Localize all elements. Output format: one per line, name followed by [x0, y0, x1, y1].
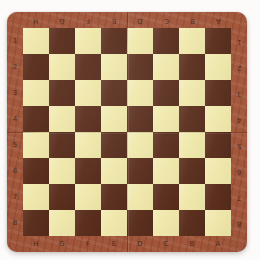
rank-label-left-3: 3 — [13, 90, 17, 97]
square-e7[interactable] — [101, 184, 127, 210]
rank-label-left-7: 7 — [13, 194, 17, 201]
square-b4[interactable] — [179, 106, 205, 132]
square-f5[interactable] — [75, 132, 101, 158]
rank-label-right-4: 4 — [237, 116, 241, 123]
file-label-bottom-b: B — [190, 241, 195, 248]
square-h6[interactable] — [23, 158, 49, 184]
square-h7[interactable] — [23, 184, 49, 210]
rank-label-left-1: 1 — [13, 38, 17, 45]
square-h3[interactable] — [23, 80, 49, 106]
square-a1[interactable] — [205, 28, 231, 54]
square-d7[interactable] — [127, 184, 153, 210]
square-g8[interactable] — [49, 210, 75, 236]
square-e2[interactable] — [101, 54, 127, 80]
square-g2[interactable] — [49, 54, 75, 80]
square-b5[interactable] — [179, 132, 205, 158]
square-c5[interactable] — [153, 132, 179, 158]
square-h2[interactable] — [23, 54, 49, 80]
square-h4[interactable] — [23, 106, 49, 132]
square-a5[interactable] — [205, 132, 231, 158]
square-h1[interactable] — [23, 28, 49, 54]
file-label-top-b: B — [190, 17, 195, 24]
square-f6[interactable] — [75, 158, 101, 184]
square-e5[interactable] — [101, 132, 127, 158]
square-b8[interactable] — [179, 210, 205, 236]
square-f4[interactable] — [75, 106, 101, 132]
square-c6[interactable] — [153, 158, 179, 184]
square-d6[interactable] — [127, 158, 153, 184]
square-g7[interactable] — [49, 184, 75, 210]
file-label-bottom-h: H — [33, 241, 38, 248]
square-e8[interactable] — [101, 210, 127, 236]
rank-label-right-7: 7 — [237, 194, 241, 201]
square-d4[interactable] — [127, 106, 153, 132]
square-d5[interactable] — [127, 132, 153, 158]
file-label-top-f: F — [86, 17, 90, 24]
file-label-bottom-e: E — [112, 241, 116, 248]
chess-board: HGFEDCBA HGFEDCBA 12345678 12345678 — [7, 12, 247, 252]
file-label-bottom-f: F — [86, 241, 90, 248]
file-label-bottom-g: G — [59, 241, 64, 248]
square-d3[interactable] — [127, 80, 153, 106]
square-c7[interactable] — [153, 184, 179, 210]
square-g6[interactable] — [49, 158, 75, 184]
square-e4[interactable] — [101, 106, 127, 132]
square-d1[interactable] — [127, 28, 153, 54]
rank-label-right-8: 8 — [237, 220, 241, 227]
square-d8[interactable] — [127, 210, 153, 236]
square-c4[interactable] — [153, 106, 179, 132]
square-a2[interactable] — [205, 54, 231, 80]
file-label-top-e: E — [112, 17, 116, 24]
square-h5[interactable] — [23, 132, 49, 158]
file-label-top-c: C — [164, 17, 169, 24]
rank-label-left-8: 8 — [13, 220, 17, 227]
square-d2[interactable] — [127, 54, 153, 80]
square-e6[interactable] — [101, 158, 127, 184]
file-label-top-d: D — [137, 17, 142, 24]
square-c1[interactable] — [153, 28, 179, 54]
rank-label-right-5: 5 — [237, 142, 241, 149]
square-a3[interactable] — [205, 80, 231, 106]
square-c2[interactable] — [153, 54, 179, 80]
square-c8[interactable] — [153, 210, 179, 236]
square-a8[interactable] — [205, 210, 231, 236]
rank-label-left-6: 6 — [13, 168, 17, 175]
square-b2[interactable] — [179, 54, 205, 80]
file-label-top-g: G — [59, 17, 64, 24]
square-f1[interactable] — [75, 28, 101, 54]
rank-label-right-1: 1 — [237, 38, 241, 45]
square-h8[interactable] — [23, 210, 49, 236]
file-label-bottom-d: D — [137, 241, 142, 248]
square-f3[interactable] — [75, 80, 101, 106]
square-b3[interactable] — [179, 80, 205, 106]
rank-label-right-6: 6 — [237, 168, 241, 175]
square-f2[interactable] — [75, 54, 101, 80]
square-g4[interactable] — [49, 106, 75, 132]
horizontal-fold-seam — [7, 132, 247, 133]
rank-label-left-5: 5 — [13, 142, 17, 149]
rank-label-right-3: 3 — [237, 90, 241, 97]
square-b7[interactable] — [179, 184, 205, 210]
rank-label-right-2: 2 — [237, 64, 241, 71]
square-a7[interactable] — [205, 184, 231, 210]
rank-label-left-4: 4 — [13, 116, 17, 123]
square-b1[interactable] — [179, 28, 205, 54]
square-a6[interactable] — [205, 158, 231, 184]
photo-background: HGFEDCBA HGFEDCBA 12345678 12345678 — [0, 0, 260, 260]
square-c3[interactable] — [153, 80, 179, 106]
rank-label-left-2: 2 — [13, 64, 17, 71]
square-a4[interactable] — [205, 106, 231, 132]
square-f7[interactable] — [75, 184, 101, 210]
square-e3[interactable] — [101, 80, 127, 106]
file-label-bottom-c: C — [164, 241, 169, 248]
file-label-bottom-a: A — [216, 241, 221, 248]
square-f8[interactable] — [75, 210, 101, 236]
square-g5[interactable] — [49, 132, 75, 158]
square-g3[interactable] — [49, 80, 75, 106]
square-e1[interactable] — [101, 28, 127, 54]
square-g1[interactable] — [49, 28, 75, 54]
file-label-top-h: H — [33, 17, 38, 24]
square-b6[interactable] — [179, 158, 205, 184]
file-label-top-a: A — [216, 17, 221, 24]
